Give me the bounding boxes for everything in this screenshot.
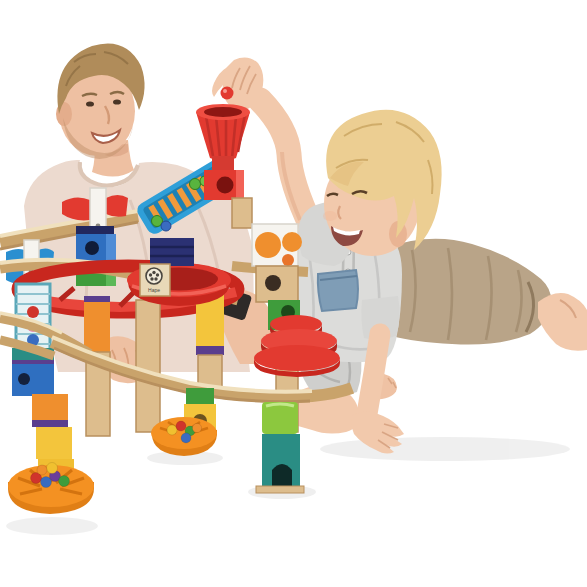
left-yellow-block (36, 427, 72, 459)
funnel-support (232, 198, 252, 228)
tunnel-tower (256, 402, 304, 493)
photo-canvas: Hape (0, 0, 587, 587)
boy-head (323, 110, 442, 256)
product-photo: Hape (0, 0, 587, 587)
red-marble-in-hand (221, 87, 234, 100)
left-orange-block (32, 394, 68, 424)
funnel-neck (212, 156, 234, 172)
navy-block-stack (150, 238, 194, 266)
orange-post (84, 302, 110, 352)
hape-flower-logo (146, 268, 162, 284)
center-green-block (186, 388, 214, 404)
blue-green-cubes (76, 226, 116, 286)
boy-left-arm (367, 334, 380, 414)
funnel-opening (204, 107, 242, 117)
blue-cube-hole (85, 241, 99, 255)
funnel-block-hole (217, 177, 234, 194)
hape-logo-text: Hape (148, 287, 160, 293)
tunnel-arch (272, 464, 292, 488)
red-flipper-right (106, 195, 128, 217)
marble-highlight (223, 89, 227, 93)
wood-post-2 (136, 300, 160, 432)
boy-cheek (323, 211, 337, 221)
